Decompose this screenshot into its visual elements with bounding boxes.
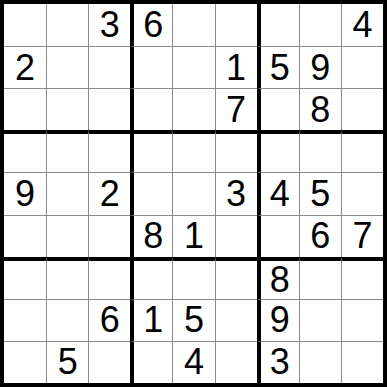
cell-r1c2[interactable] xyxy=(46,4,88,46)
cell-r1c8[interactable] xyxy=(299,4,341,46)
cell-r6c7[interactable] xyxy=(257,215,299,257)
cell-r4c5[interactable] xyxy=(172,130,214,172)
cell-r9c6[interactable] xyxy=(215,341,257,383)
given-digit: 5 xyxy=(184,302,204,338)
sudoku-board: 36421597892345816786159543 xyxy=(0,0,387,387)
given-digit: 4 xyxy=(270,176,290,212)
given-digit: 1 xyxy=(143,302,163,338)
cell-r4c4[interactable] xyxy=(130,130,172,172)
cell-r2c8[interactable]: 9 xyxy=(299,46,341,88)
cell-r5c4[interactable] xyxy=(130,172,172,214)
cell-r5c3[interactable]: 2 xyxy=(88,172,130,214)
cell-r7c3[interactable] xyxy=(88,257,130,299)
cell-r5c7[interactable]: 4 xyxy=(257,172,299,214)
cell-r3c7[interactable] xyxy=(257,88,299,130)
cell-r3c6[interactable]: 7 xyxy=(215,88,257,130)
cell-r2c4[interactable] xyxy=(130,46,172,88)
cell-r8c8[interactable] xyxy=(299,299,341,341)
cell-r6c5[interactable]: 1 xyxy=(172,215,214,257)
given-digit: 9 xyxy=(15,176,35,212)
cell-r7c1[interactable] xyxy=(4,257,46,299)
given-digit: 2 xyxy=(15,50,35,86)
cell-r3c8[interactable]: 8 xyxy=(299,88,341,130)
cell-r3c5[interactable] xyxy=(172,88,214,130)
cell-r9c7[interactable]: 3 xyxy=(257,341,299,383)
cell-r8c7[interactable]: 9 xyxy=(257,299,299,341)
cell-r9c4[interactable] xyxy=(130,341,172,383)
cell-r3c4[interactable] xyxy=(130,88,172,130)
cell-r8c5[interactable]: 5 xyxy=(172,299,214,341)
cell-r7c4[interactable] xyxy=(130,257,172,299)
cell-r6c8[interactable]: 6 xyxy=(299,215,341,257)
given-digit: 9 xyxy=(310,50,330,86)
cell-r4c1[interactable] xyxy=(4,130,46,172)
cell-r6c2[interactable] xyxy=(46,215,88,257)
cell-r7c6[interactable] xyxy=(215,257,257,299)
cell-r5c2[interactable] xyxy=(46,172,88,214)
given-digit: 3 xyxy=(270,344,290,380)
cell-r1c9[interactable]: 4 xyxy=(341,4,383,46)
cell-r2c5[interactable] xyxy=(172,46,214,88)
cell-r8c3[interactable]: 6 xyxy=(88,299,130,341)
sudoku-page: 36421597892345816786159543 xyxy=(0,0,387,387)
cell-r4c7[interactable] xyxy=(257,130,299,172)
cell-r4c6[interactable] xyxy=(215,130,257,172)
cell-r9c2[interactable]: 5 xyxy=(46,341,88,383)
given-digit: 6 xyxy=(143,7,163,43)
cell-r6c3[interactable] xyxy=(88,215,130,257)
cell-r7c8[interactable] xyxy=(299,257,341,299)
cell-r2c6[interactable]: 1 xyxy=(215,46,257,88)
cell-r5c8[interactable]: 5 xyxy=(299,172,341,214)
cell-r8c2[interactable] xyxy=(46,299,88,341)
given-digit: 1 xyxy=(226,50,246,86)
given-digit: 8 xyxy=(143,218,163,254)
cell-r3c2[interactable] xyxy=(46,88,88,130)
cell-r4c9[interactable] xyxy=(341,130,383,172)
cell-r9c3[interactable] xyxy=(88,341,130,383)
cell-r5c5[interactable] xyxy=(172,172,214,214)
cell-r7c5[interactable] xyxy=(172,257,214,299)
cell-r9c1[interactable] xyxy=(4,341,46,383)
given-digit: 5 xyxy=(310,176,330,212)
given-digit: 7 xyxy=(226,92,246,128)
cell-r6c6[interactable] xyxy=(215,215,257,257)
cell-r6c4[interactable]: 8 xyxy=(130,215,172,257)
given-digit: 3 xyxy=(226,176,246,212)
given-digit: 8 xyxy=(310,92,330,128)
given-digit: 1 xyxy=(184,218,204,254)
cell-r3c1[interactable] xyxy=(4,88,46,130)
cell-r8c6[interactable] xyxy=(215,299,257,341)
given-digit: 8 xyxy=(270,262,290,298)
cell-r1c1[interactable] xyxy=(4,4,46,46)
given-digit: 5 xyxy=(270,50,290,86)
cell-r6c1[interactable] xyxy=(4,215,46,257)
cell-r5c1[interactable]: 9 xyxy=(4,172,46,214)
given-digit: 2 xyxy=(100,176,120,212)
cell-r3c9[interactable] xyxy=(341,88,383,130)
given-digit: 9 xyxy=(270,302,290,338)
cell-r7c9[interactable] xyxy=(341,257,383,299)
given-digit: 4 xyxy=(352,7,372,43)
cell-r2c2[interactable] xyxy=(46,46,88,88)
given-digit: 5 xyxy=(58,344,78,380)
cell-r2c7[interactable]: 5 xyxy=(257,46,299,88)
cell-r2c1[interactable]: 2 xyxy=(4,46,46,88)
cell-r9c5[interactable]: 4 xyxy=(172,341,214,383)
cell-r3c3[interactable] xyxy=(88,88,130,130)
cell-r4c2[interactable] xyxy=(46,130,88,172)
cell-r1c7[interactable] xyxy=(257,4,299,46)
given-digit: 3 xyxy=(100,7,120,43)
given-digit: 7 xyxy=(352,218,372,254)
cell-r5c9[interactable] xyxy=(341,172,383,214)
cell-r6c9[interactable]: 7 xyxy=(341,215,383,257)
cell-r8c4[interactable]: 1 xyxy=(130,299,172,341)
cell-r1c6[interactable] xyxy=(215,4,257,46)
cell-r9c9[interactable] xyxy=(341,341,383,383)
cell-r2c9[interactable] xyxy=(341,46,383,88)
cell-r9c8[interactable] xyxy=(299,341,341,383)
cell-r5c6[interactable]: 3 xyxy=(215,172,257,214)
cell-r7c7[interactable]: 8 xyxy=(257,257,299,299)
cell-r8c9[interactable] xyxy=(341,299,383,341)
given-digit: 6 xyxy=(310,218,330,254)
given-digit: 6 xyxy=(100,302,120,338)
cell-r1c3[interactable]: 3 xyxy=(88,4,130,46)
given-digit: 4 xyxy=(184,344,204,380)
cell-r4c3[interactable] xyxy=(88,130,130,172)
cell-r8c1[interactable] xyxy=(4,299,46,341)
cell-r7c2[interactable] xyxy=(46,257,88,299)
cell-r1c4[interactable]: 6 xyxy=(130,4,172,46)
cell-r2c3[interactable] xyxy=(88,46,130,88)
cell-r4c8[interactable] xyxy=(299,130,341,172)
cell-r1c5[interactable] xyxy=(172,4,214,46)
